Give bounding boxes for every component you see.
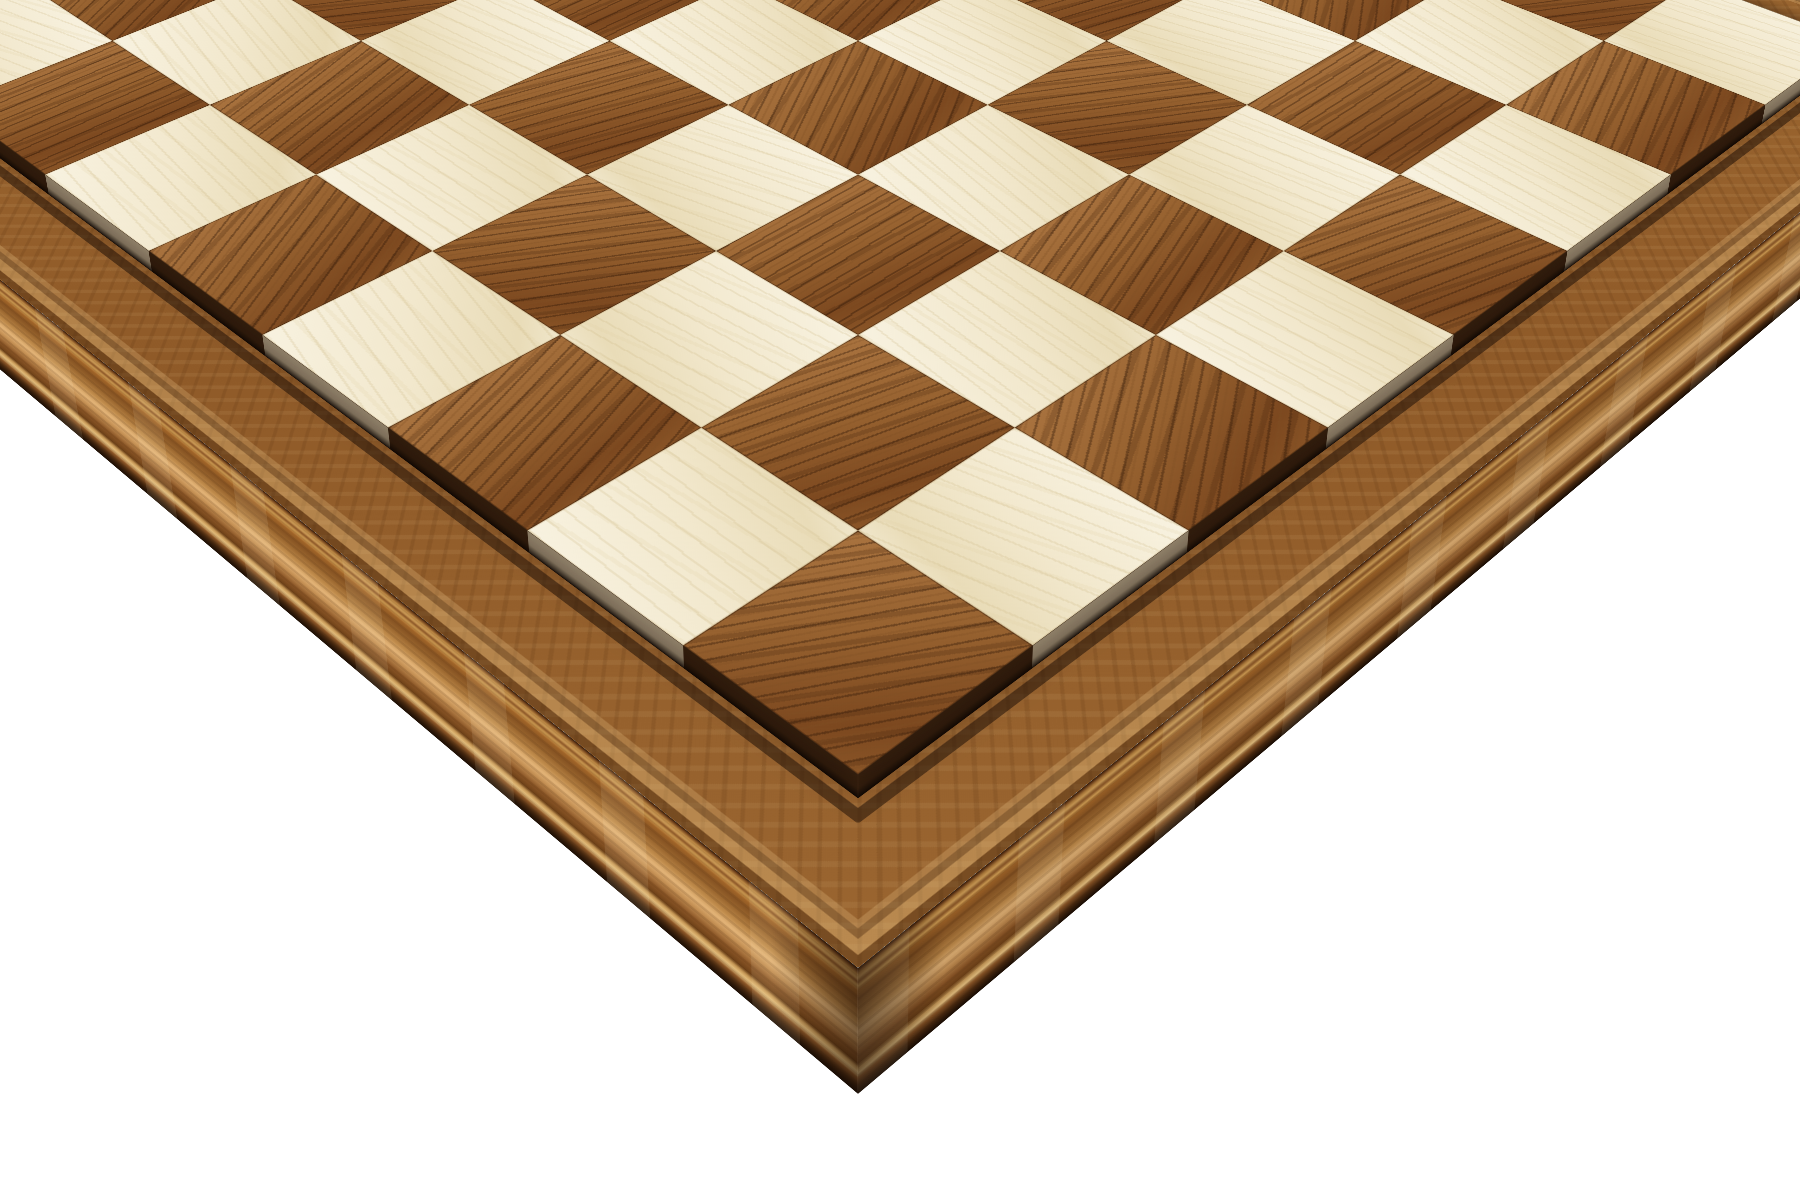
board-square	[432, 175, 716, 335]
chess-board	[0, 0, 1800, 968]
board-square	[560, 251, 858, 428]
board-square	[469, 41, 728, 175]
board-square	[1247, 41, 1506, 175]
board-square	[527, 428, 858, 646]
board-square	[701, 335, 1014, 531]
board-square	[1400, 105, 1671, 251]
perspective-scene	[0, 0, 1800, 1200]
board-square	[858, 251, 1156, 428]
board-square	[1129, 105, 1400, 251]
board-square	[388, 335, 701, 531]
board-square	[1015, 335, 1328, 531]
board-square	[262, 251, 560, 428]
board-square	[45, 105, 316, 251]
board-square	[587, 105, 858, 251]
board-square	[1506, 41, 1765, 175]
board-square	[1156, 251, 1454, 428]
playing-surface	[0, 0, 1800, 775]
board-square	[210, 41, 469, 175]
board-square	[988, 41, 1247, 175]
board-square	[858, 105, 1129, 251]
board-square	[683, 531, 1033, 775]
board-square	[728, 41, 987, 175]
board-square	[149, 175, 433, 335]
squares-grid	[0, 0, 1800, 775]
board-square	[316, 105, 587, 251]
board-square	[858, 428, 1189, 646]
product-photo	[0, 0, 1800, 1200]
board-square	[0, 41, 210, 175]
board-square	[716, 175, 1000, 335]
board-square	[1284, 175, 1568, 335]
board-square	[1000, 175, 1284, 335]
